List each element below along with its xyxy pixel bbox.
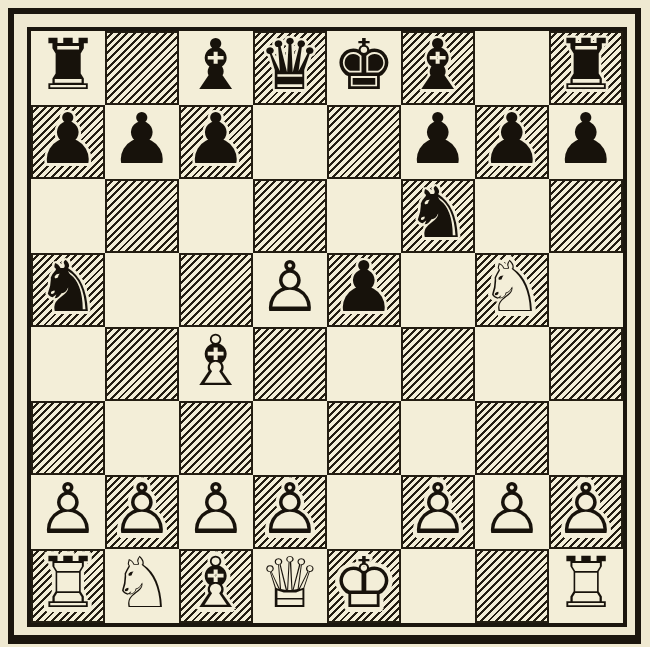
piece-black-pawn: ♟ bbox=[31, 105, 105, 179]
piece-glyph: ♙ bbox=[259, 252, 322, 322]
square-e7 bbox=[327, 105, 401, 179]
chess-board: ♜♝♛♚♝♜♟♟♟♟♟♟♞♞♟♙♟♞♘♝♗♟♙♟♙♟♙♟♙♟♙♟♙♟♙♜♖♞♘♝… bbox=[27, 27, 627, 627]
piece-glyph: ♚ bbox=[333, 30, 396, 100]
square-a5: ♞ bbox=[31, 253, 105, 327]
piece-glyph: ♘ bbox=[481, 252, 544, 322]
piece-white-king: ♚♔ bbox=[327, 549, 401, 623]
square-c3 bbox=[179, 401, 253, 475]
piece-glyph: ♟ bbox=[37, 104, 100, 174]
scanned-book-page: ♜♝♛♚♝♜♟♟♟♟♟♟♞♞♟♙♟♞♘♝♗♟♙♟♙♟♙♟♙♟♙♟♙♟♙♜♖♞♘♝… bbox=[0, 0, 650, 647]
square-a7: ♟ bbox=[31, 105, 105, 179]
square-d2: ♟♙ bbox=[253, 475, 327, 549]
piece-black-pawn: ♟ bbox=[401, 105, 475, 179]
piece-glyph: ♘ bbox=[111, 548, 174, 618]
piece-glyph: ♟ bbox=[555, 104, 618, 174]
square-d5: ♟♙ bbox=[253, 253, 327, 327]
square-g7: ♟ bbox=[475, 105, 549, 179]
piece-black-knight: ♞ bbox=[401, 179, 475, 253]
piece-white-pawn: ♟♙ bbox=[401, 475, 475, 549]
piece-glyph: ♟ bbox=[185, 104, 248, 174]
piece-white-bishop: ♝♗ bbox=[179, 327, 253, 401]
piece-glyph: ♙ bbox=[37, 474, 100, 544]
square-e1: ♚♔ bbox=[327, 549, 401, 623]
square-h4 bbox=[549, 327, 623, 401]
piece-black-pawn: ♟ bbox=[179, 105, 253, 179]
piece-black-bishop: ♝ bbox=[401, 31, 475, 105]
square-h7: ♟ bbox=[549, 105, 623, 179]
square-g3 bbox=[475, 401, 549, 475]
piece-glyph: ♙ bbox=[555, 474, 618, 544]
square-e6 bbox=[327, 179, 401, 253]
piece-white-bishop: ♝♗ bbox=[179, 549, 253, 623]
piece-glyph: ♞ bbox=[407, 178, 470, 248]
piece-glyph: ♙ bbox=[259, 474, 322, 544]
piece-black-pawn: ♟ bbox=[549, 105, 623, 179]
square-c2: ♟♙ bbox=[179, 475, 253, 549]
square-f4 bbox=[401, 327, 475, 401]
piece-glyph: ♖ bbox=[555, 548, 618, 618]
square-d4 bbox=[253, 327, 327, 401]
square-b5 bbox=[105, 253, 179, 327]
square-c4: ♝♗ bbox=[179, 327, 253, 401]
piece-white-pawn: ♟♙ bbox=[549, 475, 623, 549]
piece-glyph: ♟ bbox=[111, 104, 174, 174]
piece-white-pawn: ♟♙ bbox=[31, 475, 105, 549]
square-b8 bbox=[105, 31, 179, 105]
piece-glyph: ♝ bbox=[185, 30, 248, 100]
piece-glyph: ♙ bbox=[185, 474, 248, 544]
piece-glyph: ♕ bbox=[259, 548, 322, 618]
piece-glyph: ♜ bbox=[555, 30, 618, 100]
piece-glyph: ♔ bbox=[333, 548, 396, 618]
square-b2: ♟♙ bbox=[105, 475, 179, 549]
piece-white-pawn: ♟♙ bbox=[253, 253, 327, 327]
piece-white-rook: ♜♖ bbox=[549, 549, 623, 623]
piece-black-pawn: ♟ bbox=[327, 253, 401, 327]
piece-black-queen: ♛ bbox=[253, 31, 327, 105]
square-h1: ♜♖ bbox=[549, 549, 623, 623]
piece-glyph: ♜ bbox=[37, 30, 100, 100]
piece-glyph: ♗ bbox=[185, 326, 248, 396]
square-a1: ♜♖ bbox=[31, 549, 105, 623]
square-a8: ♜ bbox=[31, 31, 105, 105]
square-c5 bbox=[179, 253, 253, 327]
square-d3 bbox=[253, 401, 327, 475]
square-b1: ♞♘ bbox=[105, 549, 179, 623]
square-f5 bbox=[401, 253, 475, 327]
square-h6 bbox=[549, 179, 623, 253]
square-f2: ♟♙ bbox=[401, 475, 475, 549]
piece-glyph: ♟ bbox=[481, 104, 544, 174]
piece-glyph: ♙ bbox=[481, 474, 544, 544]
piece-glyph: ♙ bbox=[407, 474, 470, 544]
square-f7: ♟ bbox=[401, 105, 475, 179]
square-d8: ♛ bbox=[253, 31, 327, 105]
square-c8: ♝ bbox=[179, 31, 253, 105]
square-a2: ♟♙ bbox=[31, 475, 105, 549]
square-a6 bbox=[31, 179, 105, 253]
piece-white-knight: ♞♘ bbox=[105, 549, 179, 623]
piece-white-pawn: ♟♙ bbox=[105, 475, 179, 549]
square-a4 bbox=[31, 327, 105, 401]
square-f6: ♞ bbox=[401, 179, 475, 253]
piece-white-pawn: ♟♙ bbox=[475, 475, 549, 549]
square-c1: ♝♗ bbox=[179, 549, 253, 623]
square-h3 bbox=[549, 401, 623, 475]
square-d1: ♛♕ bbox=[253, 549, 327, 623]
square-d6 bbox=[253, 179, 327, 253]
piece-white-rook: ♜♖ bbox=[31, 549, 105, 623]
square-g1 bbox=[475, 549, 549, 623]
square-b6 bbox=[105, 179, 179, 253]
piece-black-rook: ♜ bbox=[549, 31, 623, 105]
square-a3 bbox=[31, 401, 105, 475]
square-d7 bbox=[253, 105, 327, 179]
piece-white-queen: ♛♕ bbox=[253, 549, 327, 623]
piece-white-pawn: ♟♙ bbox=[253, 475, 327, 549]
piece-glyph: ♟ bbox=[333, 252, 396, 322]
square-e8: ♚ bbox=[327, 31, 401, 105]
square-c6 bbox=[179, 179, 253, 253]
square-b4 bbox=[105, 327, 179, 401]
square-h5 bbox=[549, 253, 623, 327]
square-b7: ♟ bbox=[105, 105, 179, 179]
square-e2 bbox=[327, 475, 401, 549]
square-h2: ♟♙ bbox=[549, 475, 623, 549]
square-g2: ♟♙ bbox=[475, 475, 549, 549]
square-c7: ♟ bbox=[179, 105, 253, 179]
square-b3 bbox=[105, 401, 179, 475]
square-f1 bbox=[401, 549, 475, 623]
square-g8 bbox=[475, 31, 549, 105]
piece-glyph: ♗ bbox=[185, 548, 248, 618]
piece-glyph: ♙ bbox=[111, 474, 174, 544]
piece-black-king: ♚ bbox=[327, 31, 401, 105]
piece-black-rook: ♜ bbox=[31, 31, 105, 105]
piece-black-bishop: ♝ bbox=[179, 31, 253, 105]
square-e4 bbox=[327, 327, 401, 401]
square-f8: ♝ bbox=[401, 31, 475, 105]
piece-glyph: ♛ bbox=[259, 30, 322, 100]
square-h8: ♜ bbox=[549, 31, 623, 105]
piece-glyph: ♝ bbox=[407, 30, 470, 100]
square-e5: ♟ bbox=[327, 253, 401, 327]
square-e3 bbox=[327, 401, 401, 475]
piece-glyph: ♞ bbox=[37, 252, 100, 322]
piece-black-pawn: ♟ bbox=[105, 105, 179, 179]
piece-glyph: ♟ bbox=[407, 104, 470, 174]
piece-black-knight: ♞ bbox=[31, 253, 105, 327]
square-f3 bbox=[401, 401, 475, 475]
square-g4 bbox=[475, 327, 549, 401]
piece-black-pawn: ♟ bbox=[475, 105, 549, 179]
piece-white-pawn: ♟♙ bbox=[179, 475, 253, 549]
piece-glyph: ♖ bbox=[37, 548, 100, 618]
piece-white-knight: ♞♘ bbox=[475, 253, 549, 327]
square-g5: ♞♘ bbox=[475, 253, 549, 327]
square-g6 bbox=[475, 179, 549, 253]
